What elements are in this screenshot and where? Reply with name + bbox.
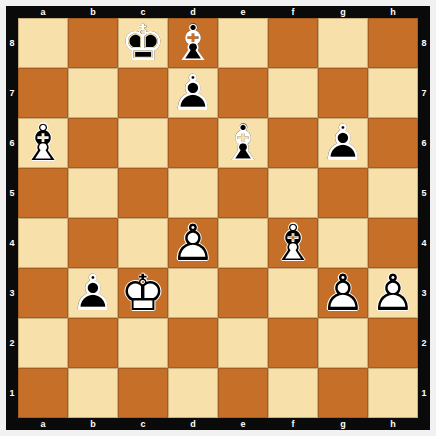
square-b5[interactable] bbox=[68, 168, 118, 218]
rank-label-8: 8 bbox=[418, 18, 430, 68]
square-f1[interactable] bbox=[268, 368, 318, 418]
rank-label-2: 2 bbox=[6, 318, 18, 368]
black-bishop-glyph-outline: ♗ bbox=[218, 118, 268, 168]
square-e1[interactable] bbox=[218, 368, 268, 418]
square-h8[interactable] bbox=[368, 18, 418, 68]
rank-label-3: 3 bbox=[6, 268, 18, 318]
square-g5[interactable] bbox=[318, 168, 368, 218]
square-g7[interactable] bbox=[318, 68, 368, 118]
piece-white-bishop[interactable]: ♝♗ bbox=[18, 118, 68, 168]
file-labels-bottom: abcdefgh bbox=[18, 418, 418, 430]
square-b2[interactable] bbox=[68, 318, 118, 368]
file-label-d: d bbox=[168, 418, 218, 430]
black-bishop-glyph-outline: ♗ bbox=[168, 18, 218, 68]
square-f7[interactable] bbox=[268, 68, 318, 118]
square-d7[interactable]: ♟♙ bbox=[168, 68, 218, 118]
piece-white-bishop[interactable]: ♝♗ bbox=[268, 218, 318, 268]
file-label-g: g bbox=[318, 6, 368, 18]
square-d1[interactable] bbox=[168, 368, 218, 418]
square-f8[interactable] bbox=[268, 18, 318, 68]
square-g8[interactable] bbox=[318, 18, 368, 68]
rank-label-4: 4 bbox=[418, 218, 430, 268]
piece-white-pawn[interactable]: ♟♙ bbox=[168, 218, 218, 268]
square-a8[interactable] bbox=[18, 18, 68, 68]
white-pawn-glyph-outline: ♙ bbox=[318, 268, 368, 318]
file-label-b: b bbox=[68, 418, 118, 430]
square-a5[interactable] bbox=[18, 168, 68, 218]
square-g6[interactable]: ♟♙ bbox=[318, 118, 368, 168]
rank-label-6: 6 bbox=[418, 118, 430, 168]
square-c5[interactable] bbox=[118, 168, 168, 218]
square-c8[interactable]: ♚♔ bbox=[118, 18, 168, 68]
square-c4[interactable] bbox=[118, 218, 168, 268]
square-b8[interactable] bbox=[68, 18, 118, 68]
square-c3[interactable]: ♚♔ bbox=[118, 268, 168, 318]
square-c1[interactable] bbox=[118, 368, 168, 418]
file-label-e: e bbox=[218, 418, 268, 430]
square-h5[interactable] bbox=[368, 168, 418, 218]
file-label-a: a bbox=[18, 6, 68, 18]
rank-label-5: 5 bbox=[418, 168, 430, 218]
rank-label-2: 2 bbox=[418, 318, 430, 368]
square-e3[interactable] bbox=[218, 268, 268, 318]
rank-label-4: 4 bbox=[6, 218, 18, 268]
square-d4[interactable]: ♟♙ bbox=[168, 218, 218, 268]
square-f3[interactable] bbox=[268, 268, 318, 318]
square-b3[interactable]: ♟♙ bbox=[68, 268, 118, 318]
square-h1[interactable] bbox=[368, 368, 418, 418]
rank-label-5: 5 bbox=[6, 168, 18, 218]
square-f2[interactable] bbox=[268, 318, 318, 368]
square-g3[interactable]: ♟♙ bbox=[318, 268, 368, 318]
piece-black-pawn[interactable]: ♟♙ bbox=[168, 68, 218, 118]
file-labels-top: abcdefgh bbox=[18, 6, 418, 18]
square-c6[interactable] bbox=[118, 118, 168, 168]
white-bishop-glyph-outline: ♗ bbox=[268, 218, 318, 268]
rank-label-1: 1 bbox=[6, 368, 18, 418]
square-a4[interactable] bbox=[18, 218, 68, 268]
square-b1[interactable] bbox=[68, 368, 118, 418]
square-d6[interactable] bbox=[168, 118, 218, 168]
rank-label-6: 6 bbox=[6, 118, 18, 168]
piece-black-king[interactable]: ♚♔ bbox=[118, 18, 168, 68]
board: ♚♔♝♗♟♙♝♗♝♗♟♙♟♙♝♗♟♙♚♔♟♙♟♙ bbox=[18, 18, 418, 418]
rank-labels-left: 87654321 bbox=[6, 18, 18, 418]
square-c7[interactable] bbox=[118, 68, 168, 118]
rank-label-8: 8 bbox=[6, 18, 18, 68]
white-bishop-glyph-outline: ♗ bbox=[18, 118, 68, 168]
square-h6[interactable] bbox=[368, 118, 418, 168]
rank-labels-right: 87654321 bbox=[418, 18, 430, 418]
square-h2[interactable] bbox=[368, 318, 418, 368]
square-d2[interactable] bbox=[168, 318, 218, 368]
square-a7[interactable] bbox=[18, 68, 68, 118]
piece-white-pawn[interactable]: ♟♙ bbox=[318, 268, 368, 318]
piece-white-pawn[interactable]: ♟♙ bbox=[368, 268, 418, 318]
file-label-b: b bbox=[68, 6, 118, 18]
black-pawn-glyph-outline: ♙ bbox=[168, 68, 218, 118]
square-f6[interactable] bbox=[268, 118, 318, 168]
piece-white-king[interactable]: ♚♔ bbox=[118, 268, 168, 318]
piece-black-pawn[interactable]: ♟♙ bbox=[68, 268, 118, 318]
square-f5[interactable] bbox=[268, 168, 318, 218]
piece-black-bishop[interactable]: ♝♗ bbox=[218, 118, 268, 168]
square-a2[interactable] bbox=[18, 318, 68, 368]
black-king-glyph-outline: ♔ bbox=[118, 18, 168, 68]
square-c2[interactable] bbox=[118, 318, 168, 368]
square-d8[interactable]: ♝♗ bbox=[168, 18, 218, 68]
chessboard-screen: abcdefgh abcdefgh 87654321 87654321 ♚♔♝♗… bbox=[0, 0, 436, 436]
square-h4[interactable] bbox=[368, 218, 418, 268]
square-e4[interactable] bbox=[218, 218, 268, 268]
square-d5[interactable] bbox=[168, 168, 218, 218]
file-label-e: e bbox=[218, 6, 268, 18]
square-e2[interactable] bbox=[218, 318, 268, 368]
square-b6[interactable] bbox=[68, 118, 118, 168]
square-h3[interactable]: ♟♙ bbox=[368, 268, 418, 318]
file-label-a: a bbox=[18, 418, 68, 430]
black-pawn-glyph-outline: ♙ bbox=[68, 268, 118, 318]
square-g4[interactable] bbox=[318, 218, 368, 268]
square-a3[interactable] bbox=[18, 268, 68, 318]
rank-label-3: 3 bbox=[418, 268, 430, 318]
square-a1[interactable] bbox=[18, 368, 68, 418]
square-e6[interactable]: ♝♗ bbox=[218, 118, 268, 168]
white-pawn-glyph-outline: ♙ bbox=[368, 268, 418, 318]
square-e7[interactable] bbox=[218, 68, 268, 118]
square-g1[interactable] bbox=[318, 368, 368, 418]
file-label-h: h bbox=[368, 418, 418, 430]
square-e8[interactable] bbox=[218, 18, 268, 68]
rank-label-1: 1 bbox=[418, 368, 430, 418]
file-label-g: g bbox=[318, 418, 368, 430]
square-a6[interactable]: ♝♗ bbox=[18, 118, 68, 168]
white-king-glyph-outline: ♔ bbox=[118, 268, 168, 318]
square-e5[interactable] bbox=[218, 168, 268, 218]
square-b4[interactable] bbox=[68, 218, 118, 268]
file-label-f: f bbox=[268, 6, 318, 18]
file-label-h: h bbox=[368, 6, 418, 18]
square-h7[interactable] bbox=[368, 68, 418, 118]
square-b7[interactable] bbox=[68, 68, 118, 118]
rank-label-7: 7 bbox=[418, 68, 430, 118]
black-pawn-glyph-outline: ♙ bbox=[318, 118, 368, 168]
piece-black-pawn[interactable]: ♟♙ bbox=[318, 118, 368, 168]
square-d3[interactable] bbox=[168, 268, 218, 318]
rank-label-7: 7 bbox=[6, 68, 18, 118]
file-label-f: f bbox=[268, 418, 318, 430]
piece-black-bishop[interactable]: ♝♗ bbox=[168, 18, 218, 68]
square-g2[interactable] bbox=[318, 318, 368, 368]
board-frame: abcdefgh abcdefgh 87654321 87654321 ♚♔♝♗… bbox=[6, 6, 430, 430]
square-f4[interactable]: ♝♗ bbox=[268, 218, 318, 268]
white-pawn-glyph-outline: ♙ bbox=[168, 218, 218, 268]
file-label-c: c bbox=[118, 418, 168, 430]
